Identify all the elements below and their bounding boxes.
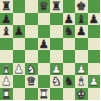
piece-white-pawn[interactable]: ♟ [1, 75, 11, 88]
square-f5[interactable] [63, 38, 76, 51]
square-c6[interactable] [25, 25, 38, 38]
piece-white-bishop[interactable]: ♝ [76, 75, 86, 88]
square-e7[interactable] [50, 13, 63, 26]
square-h1[interactable] [88, 88, 101, 101]
square-a2[interactable]: ♟ [0, 75, 13, 88]
square-g4[interactable] [75, 50, 88, 63]
piece-black-pawn[interactable]: ♟ [89, 13, 99, 26]
chess-board: ♜♛♜♚♟♟♝♟♝♟♞♟♟♝♟♞♟♟♟♛♞♞♝♟♜♜♚ [0, 0, 100, 100]
piece-black-bishop[interactable]: ♝ [1, 25, 11, 38]
square-d2[interactable] [38, 75, 51, 88]
square-h8[interactable] [88, 0, 101, 13]
square-b8[interactable] [13, 0, 26, 13]
piece-white-knight[interactable]: ♞ [26, 63, 36, 76]
square-f2[interactable]: ♞ [63, 75, 76, 88]
piece-black-queen[interactable]: ♛ [39, 0, 49, 13]
square-g1[interactable]: ♚ [75, 88, 88, 101]
square-c1[interactable] [25, 88, 38, 101]
square-h6[interactable] [88, 25, 101, 38]
square-a7[interactable]: ♟ [0, 13, 13, 26]
piece-black-pawn[interactable]: ♟ [64, 13, 74, 26]
square-e4[interactable] [50, 50, 63, 63]
square-d1[interactable]: ♜ [38, 88, 51, 101]
square-b6[interactable]: ♟ [13, 25, 26, 38]
piece-white-pawn[interactable]: ♟ [51, 63, 61, 76]
square-a3[interactable]: ♝ [0, 63, 13, 76]
square-c3[interactable]: ♞ [25, 63, 38, 76]
square-f3[interactable] [63, 63, 76, 76]
piece-black-pawn[interactable]: ♟ [39, 38, 49, 51]
square-c2[interactable]: ♛ [25, 75, 38, 88]
square-d5[interactable]: ♟ [38, 38, 51, 51]
square-f1[interactable] [63, 88, 76, 101]
square-e1[interactable] [50, 88, 63, 101]
square-c4[interactable] [25, 50, 38, 63]
piece-white-pawn[interactable]: ♟ [14, 63, 24, 76]
square-e3[interactable]: ♟ [50, 63, 63, 76]
square-e6[interactable] [50, 25, 63, 38]
square-e2[interactable]: ♞ [50, 75, 63, 88]
square-g2[interactable]: ♝ [75, 75, 88, 88]
square-h5[interactable] [88, 38, 101, 51]
square-b1[interactable] [13, 88, 26, 101]
square-d7[interactable] [38, 13, 51, 26]
piece-black-pawn[interactable]: ♟ [1, 13, 11, 26]
piece-white-queen[interactable]: ♛ [26, 75, 36, 88]
square-c8[interactable] [25, 0, 38, 13]
piece-white-knight[interactable]: ♞ [51, 75, 61, 88]
square-c7[interactable] [25, 13, 38, 26]
square-e5[interactable] [50, 38, 63, 51]
piece-white-king[interactable]: ♚ [76, 88, 86, 101]
square-h3[interactable] [88, 63, 101, 76]
square-b4[interactable] [13, 50, 26, 63]
square-g3[interactable]: ♟ [75, 63, 88, 76]
piece-black-rook[interactable]: ♜ [51, 0, 61, 13]
square-d6[interactable] [38, 25, 51, 38]
square-f7[interactable]: ♟ [63, 13, 76, 26]
piece-black-knight[interactable]: ♞ [64, 25, 74, 38]
square-e8[interactable]: ♜ [50, 0, 63, 13]
piece-white-bishop[interactable]: ♝ [1, 63, 11, 76]
piece-white-rook[interactable]: ♜ [39, 88, 49, 101]
square-h2[interactable]: ♟ [88, 75, 101, 88]
square-f4[interactable] [63, 50, 76, 63]
square-g5[interactable] [75, 38, 88, 51]
piece-white-pawn[interactable]: ♟ [89, 75, 99, 88]
piece-white-rook[interactable]: ♜ [1, 88, 11, 101]
square-a6[interactable]: ♝ [0, 25, 13, 38]
square-a4[interactable] [0, 50, 13, 63]
square-a8[interactable]: ♜ [0, 0, 13, 13]
square-b7[interactable] [13, 13, 26, 26]
piece-black-knight[interactable]: ♞ [64, 75, 74, 88]
piece-black-pawn[interactable]: ♟ [14, 25, 24, 38]
square-b2[interactable] [13, 75, 26, 88]
square-a5[interactable] [0, 38, 13, 51]
square-g8[interactable]: ♚ [75, 0, 88, 13]
piece-black-pawn[interactable]: ♟ [76, 25, 86, 38]
square-d4[interactable] [38, 50, 51, 63]
square-f6[interactable]: ♞ [63, 25, 76, 38]
square-d8[interactable]: ♛ [38, 0, 51, 13]
piece-black-rook[interactable]: ♜ [1, 0, 11, 13]
square-h7[interactable]: ♟ [88, 13, 101, 26]
square-f8[interactable] [63, 0, 76, 13]
piece-black-bishop[interactable]: ♝ [76, 13, 86, 26]
square-g6[interactable]: ♟ [75, 25, 88, 38]
square-b5[interactable] [13, 38, 26, 51]
square-g7[interactable]: ♝ [75, 13, 88, 26]
piece-black-king[interactable]: ♚ [76, 0, 86, 13]
square-b3[interactable]: ♟ [13, 63, 26, 76]
square-h4[interactable] [88, 50, 101, 63]
square-a1[interactable]: ♜ [0, 88, 13, 101]
square-c5[interactable] [25, 38, 38, 51]
piece-white-pawn[interactable]: ♟ [76, 63, 86, 76]
square-d3[interactable] [38, 63, 51, 76]
